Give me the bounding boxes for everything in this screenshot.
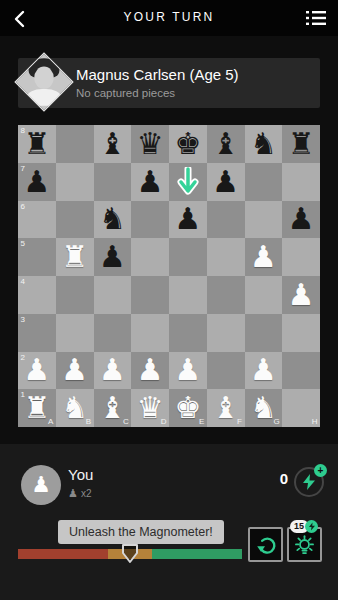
square-b7[interactable] (56, 163, 94, 201)
page-title: YOUR TURN (0, 10, 338, 24)
app-screen: YOUR TURN Magnus Carlsen (Age 5) No capt… (0, 0, 338, 600)
black-rook-a8: ♜ (18, 125, 56, 163)
square-d2[interactable]: ♟ (131, 352, 169, 390)
black-pawn-f7: ♟ (207, 163, 245, 201)
square-e7[interactable] (169, 163, 207, 201)
white-pawn-e2: ♟ (169, 352, 207, 390)
white-rook-b5: ♜ (56, 238, 94, 276)
square-a6[interactable]: 6 (18, 201, 56, 239)
square-a5[interactable]: 5 (18, 238, 56, 276)
square-g5[interactable]: ♟ (245, 238, 283, 276)
black-knight-g8: ♞ (245, 125, 283, 163)
square-h5[interactable] (282, 238, 320, 276)
square-g7[interactable] (245, 163, 283, 201)
square-h6[interactable]: ♟ (282, 201, 320, 239)
square-g6[interactable] (245, 201, 283, 239)
captured-pawn-icon: ♟ (68, 487, 78, 500)
magnometer-pointer (121, 543, 139, 568)
boost-plus-badge: + (314, 464, 327, 477)
chess-board: 8♜♝♛♚♝♞♜7♟♟♟6♞♟♟5♜♟♟4♟32♟♟♟♟♟♟1A♜B♞C♝D♛E… (18, 125, 320, 427)
square-e4[interactable] (169, 276, 207, 314)
white-pawn-a2: ♟ (18, 352, 56, 390)
white-knight-g1: ♞ (245, 389, 283, 427)
square-d4[interactable] (131, 276, 169, 314)
white-bishop-c1: ♝ (94, 389, 132, 427)
square-b1[interactable]: B♞ (56, 389, 94, 427)
square-d3[interactable] (131, 314, 169, 352)
square-e5[interactable] (169, 238, 207, 276)
rank-label-4: 4 (21, 277, 25, 286)
square-g4[interactable] (245, 276, 283, 314)
rank-label-5: 5 (21, 239, 25, 248)
square-c5[interactable]: ♟ (94, 238, 132, 276)
lightning-bolt-icon (303, 474, 315, 490)
square-c4[interactable] (94, 276, 132, 314)
square-f2[interactable] (207, 352, 245, 390)
square-b3[interactable] (56, 314, 94, 352)
square-e8[interactable]: ♚ (169, 125, 207, 163)
square-e3[interactable] (169, 314, 207, 352)
square-e1[interactable]: E♚ (169, 389, 207, 427)
square-d7[interactable]: ♟ (131, 163, 169, 201)
lightbulb-icon (292, 534, 317, 556)
square-c2[interactable]: ♟ (94, 352, 132, 390)
white-bishop-f1: ♝ (207, 389, 245, 427)
magnometer-tooltip: Unleash the Magnometer! (58, 520, 224, 544)
opponent-name: Magnus Carlsen (Age 5) (76, 66, 239, 83)
boost-score: 0 (272, 470, 288, 487)
captured-pawn-count: x2 (81, 488, 92, 499)
square-a3[interactable]: 3 (18, 314, 56, 352)
undo-button[interactable] (248, 527, 283, 562)
black-queen-d8: ♛ (131, 125, 169, 163)
square-h3[interactable] (282, 314, 320, 352)
square-f1[interactable]: F♝ (207, 389, 245, 427)
square-c3[interactable] (94, 314, 132, 352)
square-c8[interactable]: ♝ (94, 125, 132, 163)
rank-label-6: 6 (21, 202, 25, 211)
white-pawn-c2: ♟ (94, 352, 132, 390)
white-pawn-d2: ♟ (131, 352, 169, 390)
white-king-e1: ♚ (169, 389, 207, 427)
white-pawn-h4: ♟ (282, 276, 320, 314)
square-d5[interactable] (131, 238, 169, 276)
square-b6[interactable] (56, 201, 94, 239)
you-captured-pieces: ♟ x2 (68, 487, 91, 500)
square-f5[interactable] (207, 238, 245, 276)
square-g3[interactable] (245, 314, 283, 352)
black-king-e8: ♚ (169, 125, 207, 163)
square-h4[interactable]: ♟ (282, 276, 320, 314)
square-c6[interactable]: ♞ (94, 201, 132, 239)
white-rook-a1: ♜ (18, 389, 56, 427)
hint-count-badge: 15 (290, 520, 318, 533)
square-f7[interactable]: ♟ (207, 163, 245, 201)
magnometer-segment-0 (18, 549, 108, 559)
black-pawn-c5: ♟ (94, 238, 132, 276)
square-h8[interactable]: ♜ (282, 125, 320, 163)
square-a2[interactable]: 2♟ (18, 352, 56, 390)
black-bishop-f8: ♝ (207, 125, 245, 163)
square-a1[interactable]: 1A♜ (18, 389, 56, 427)
top-bar: YOUR TURN (0, 0, 338, 36)
hint-arrow-icon (176, 167, 200, 205)
hint-button[interactable]: 15 (287, 527, 322, 562)
square-e6[interactable]: ♟ (169, 201, 207, 239)
square-g2[interactable]: ♟ (245, 352, 283, 390)
rank-label-3: 3 (21, 315, 25, 324)
square-e2[interactable]: ♟ (169, 352, 207, 390)
black-pawn-h6: ♟ (282, 201, 320, 239)
list-icon (306, 10, 326, 26)
square-b5[interactable]: ♜ (56, 238, 94, 276)
white-queen-d1: ♛ (131, 389, 169, 427)
square-f3[interactable] (207, 314, 245, 352)
square-h2[interactable] (282, 352, 320, 390)
magnometer-segment-2 (152, 549, 242, 559)
white-knight-b1: ♞ (56, 389, 94, 427)
you-avatar: ♟ (21, 465, 61, 505)
square-b8[interactable] (56, 125, 94, 163)
move-list-menu-button[interactable] (306, 10, 326, 26)
black-pawn-d7: ♟ (131, 163, 169, 201)
file-label-H: H (312, 417, 318, 426)
square-f8[interactable]: ♝ (207, 125, 245, 163)
square-d1[interactable]: D♛ (131, 389, 169, 427)
square-b2[interactable]: ♟ (56, 352, 94, 390)
you-name: You (68, 466, 93, 483)
white-pawn-b2: ♟ (56, 352, 94, 390)
hint-bolt-icon (305, 520, 318, 533)
square-f4[interactable] (207, 276, 245, 314)
square-h1[interactable]: H (282, 389, 320, 427)
black-pawn-e6: ♟ (169, 201, 207, 239)
black-pawn-a7: ♟ (18, 163, 56, 201)
square-g8[interactable]: ♞ (245, 125, 283, 163)
square-c7[interactable] (94, 163, 132, 201)
square-a8[interactable]: 8♜ (18, 125, 56, 163)
square-d6[interactable] (131, 201, 169, 239)
white-pawn-g2: ♟ (245, 352, 283, 390)
black-bishop-c8: ♝ (94, 125, 132, 163)
square-h7[interactable] (282, 163, 320, 201)
square-d8[interactable]: ♛ (131, 125, 169, 163)
square-a7[interactable]: 7♟ (18, 163, 56, 201)
square-f6[interactable] (207, 201, 245, 239)
square-c1[interactable]: C♝ (94, 389, 132, 427)
white-pawn-g5: ♟ (245, 238, 283, 276)
black-knight-c6: ♞ (94, 201, 132, 239)
undo-icon (254, 533, 278, 557)
square-g1[interactable]: G♞ (245, 389, 283, 427)
black-rook-h8: ♜ (282, 125, 320, 163)
you-avatar-pawn-icon: ♟ (31, 474, 51, 496)
square-a4[interactable]: 4 (18, 276, 56, 314)
shield-pointer-icon (121, 543, 139, 564)
square-b4[interactable] (56, 276, 94, 314)
boost-button[interactable]: + (294, 467, 324, 497)
opponent-captured-text: No captured pieces (76, 87, 175, 99)
